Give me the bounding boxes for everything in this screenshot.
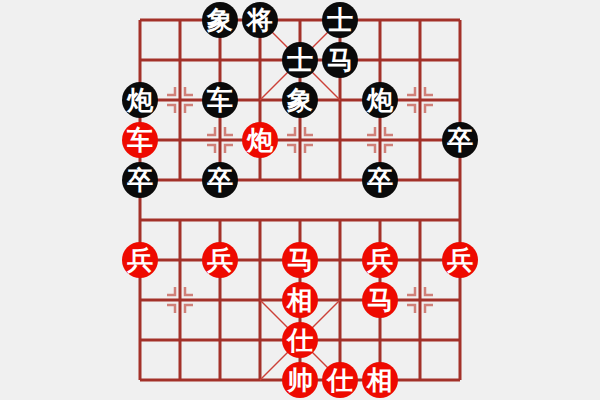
- piece-black-cannon[interactable]: 炮: [362, 82, 398, 118]
- piece-red-horse[interactable]: 马: [362, 282, 398, 318]
- piece-black-general[interactable]: 将: [242, 2, 278, 38]
- piece-black-soldier[interactable]: 卒: [362, 162, 398, 198]
- piece-red-soldier[interactable]: 兵: [362, 242, 398, 278]
- piece-red-advisor[interactable]: 仕: [282, 322, 318, 358]
- piece-red-horse[interactable]: 马: [282, 242, 318, 278]
- pieces-layer: 象将士士马炮车象炮车炮卒卒卒卒兵兵马兵兵相马仕帅仕相: [120, 0, 480, 400]
- piece-red-elephant[interactable]: 相: [362, 362, 398, 398]
- piece-red-soldier[interactable]: 兵: [202, 242, 238, 278]
- piece-black-horse[interactable]: 马: [322, 42, 358, 78]
- piece-red-soldier[interactable]: 兵: [442, 242, 478, 278]
- xiangqi-board: 象将士士马炮车象炮车炮卒卒卒卒兵兵马兵兵相马仕帅仕相: [0, 0, 600, 400]
- piece-red-elephant[interactable]: 相: [282, 282, 318, 318]
- piece-red-chariot[interactable]: 车: [122, 122, 158, 158]
- piece-black-elephant[interactable]: 象: [202, 2, 238, 38]
- piece-black-elephant[interactable]: 象: [282, 82, 318, 118]
- piece-black-soldier[interactable]: 卒: [202, 162, 238, 198]
- piece-red-cannon[interactable]: 炮: [242, 122, 278, 158]
- piece-red-soldier[interactable]: 兵: [122, 242, 158, 278]
- piece-black-soldier[interactable]: 卒: [122, 162, 158, 198]
- piece-black-advisor[interactable]: 士: [322, 2, 358, 38]
- piece-black-chariot[interactable]: 车: [202, 82, 238, 118]
- piece-black-cannon[interactable]: 炮: [122, 82, 158, 118]
- piece-red-general[interactable]: 帅: [282, 362, 318, 398]
- piece-red-advisor[interactable]: 仕: [322, 362, 358, 398]
- piece-black-advisor[interactable]: 士: [282, 42, 318, 78]
- piece-black-soldier[interactable]: 卒: [442, 122, 478, 158]
